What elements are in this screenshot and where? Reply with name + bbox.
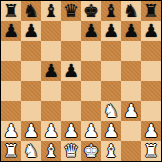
white-pawn-piece[interactable]: ♟ <box>63 121 79 141</box>
black-knight-piece[interactable]: ♞ <box>23 1 39 21</box>
square-d1[interactable]: ♛ <box>61 141 81 161</box>
square-a5[interactable] <box>1 61 21 81</box>
square-h4[interactable] <box>141 81 161 101</box>
white-pawn-piece[interactable]: ♟ <box>23 121 39 141</box>
white-bishop-piece[interactable]: ♝ <box>43 141 59 161</box>
black-rook-piece[interactable]: ♜ <box>3 1 19 21</box>
square-d8[interactable]: ♛ <box>61 1 81 21</box>
square-h6[interactable] <box>141 41 161 61</box>
square-f5[interactable] <box>101 61 121 81</box>
square-a4[interactable] <box>1 81 21 101</box>
square-e4[interactable] <box>81 81 101 101</box>
white-queen-piece[interactable]: ♛ <box>63 141 79 161</box>
black-bishop-piece[interactable]: ♝ <box>43 1 59 21</box>
square-c7[interactable] <box>41 21 61 41</box>
black-pawn-piece[interactable]: ♟ <box>63 61 79 81</box>
square-f3[interactable]: ♞ <box>101 101 121 121</box>
square-b3[interactable] <box>21 101 41 121</box>
square-a6[interactable] <box>1 41 21 61</box>
square-d7[interactable] <box>61 21 81 41</box>
black-pawn-piece[interactable]: ♟ <box>103 21 119 41</box>
square-h3[interactable] <box>141 101 161 121</box>
white-rook-piece[interactable]: ♜ <box>3 141 19 161</box>
square-a2[interactable]: ♟ <box>1 121 21 141</box>
square-e1[interactable]: ♚ <box>81 141 101 161</box>
black-pawn-piece[interactable]: ♟ <box>23 21 39 41</box>
square-f6[interactable] <box>101 41 121 61</box>
white-rook-piece[interactable]: ♜ <box>143 141 159 161</box>
square-d3[interactable] <box>61 101 81 121</box>
square-h7[interactable]: ♟ <box>141 21 161 41</box>
square-g2[interactable] <box>121 121 141 141</box>
white-knight-piece[interactable]: ♞ <box>103 101 119 121</box>
square-c5[interactable]: ♟ <box>41 61 61 81</box>
black-pawn-piece[interactable]: ♟ <box>123 21 139 41</box>
white-king-piece[interactable]: ♚ <box>83 141 99 161</box>
square-a8[interactable]: ♜ <box>1 1 21 21</box>
square-a1[interactable]: ♜ <box>1 141 21 161</box>
square-f1[interactable]: ♝ <box>101 141 121 161</box>
square-d5[interactable]: ♟ <box>61 61 81 81</box>
black-queen-piece[interactable]: ♛ <box>63 1 79 21</box>
square-b2[interactable]: ♟ <box>21 121 41 141</box>
square-e8[interactable]: ♚ <box>81 1 101 21</box>
white-pawn-piece[interactable]: ♟ <box>123 101 139 121</box>
square-a7[interactable]: ♟ <box>1 21 21 41</box>
square-c3[interactable] <box>41 101 61 121</box>
square-c8[interactable]: ♝ <box>41 1 61 21</box>
white-pawn-piece[interactable]: ♟ <box>103 121 119 141</box>
black-pawn-piece[interactable]: ♟ <box>3 21 19 41</box>
square-b4[interactable] <box>21 81 41 101</box>
square-e7[interactable]: ♟ <box>81 21 101 41</box>
square-b6[interactable] <box>21 41 41 61</box>
white-pawn-piece[interactable]: ♟ <box>43 121 59 141</box>
white-pawn-piece[interactable]: ♟ <box>143 121 159 141</box>
square-b5[interactable] <box>21 61 41 81</box>
square-g7[interactable]: ♟ <box>121 21 141 41</box>
black-knight-piece[interactable]: ♞ <box>123 1 139 21</box>
white-pawn-piece[interactable]: ♟ <box>83 121 99 141</box>
square-g6[interactable] <box>121 41 141 61</box>
black-pawn-piece[interactable]: ♟ <box>43 61 59 81</box>
square-f2[interactable]: ♟ <box>101 121 121 141</box>
square-d4[interactable] <box>61 81 81 101</box>
black-king-piece[interactable]: ♚ <box>83 1 99 21</box>
square-a3[interactable] <box>1 101 21 121</box>
square-h2[interactable]: ♟ <box>141 121 161 141</box>
square-g1[interactable] <box>121 141 141 161</box>
square-f7[interactable]: ♟ <box>101 21 121 41</box>
square-f4[interactable] <box>101 81 121 101</box>
square-b8[interactable]: ♞ <box>21 1 41 21</box>
square-d2[interactable]: ♟ <box>61 121 81 141</box>
square-e2[interactable]: ♟ <box>81 121 101 141</box>
square-e3[interactable] <box>81 101 101 121</box>
square-c2[interactable]: ♟ <box>41 121 61 141</box>
square-c6[interactable] <box>41 41 61 61</box>
chess-board: ♜♞♝♛♚♝♞♜♟♟♟♟♟♟♟♟♞♟♟♟♟♟♟♟♟♜♞♝♛♚♝♜ <box>0 0 162 162</box>
square-h1[interactable]: ♜ <box>141 141 161 161</box>
square-h8[interactable]: ♜ <box>141 1 161 21</box>
square-h5[interactable] <box>141 61 161 81</box>
square-g5[interactable] <box>121 61 141 81</box>
black-pawn-piece[interactable]: ♟ <box>143 21 159 41</box>
square-b1[interactable]: ♞ <box>21 141 41 161</box>
square-c1[interactable]: ♝ <box>41 141 61 161</box>
square-g8[interactable]: ♞ <box>121 1 141 21</box>
black-pawn-piece[interactable]: ♟ <box>83 21 99 41</box>
white-knight-piece[interactable]: ♞ <box>23 141 39 161</box>
square-f8[interactable]: ♝ <box>101 1 121 21</box>
square-b7[interactable]: ♟ <box>21 21 41 41</box>
square-d6[interactable] <box>61 41 81 61</box>
white-bishop-piece[interactable]: ♝ <box>103 141 119 161</box>
square-e6[interactable] <box>81 41 101 61</box>
square-g3[interactable]: ♟ <box>121 101 141 121</box>
black-bishop-piece[interactable]: ♝ <box>103 1 119 21</box>
white-pawn-piece[interactable]: ♟ <box>3 121 19 141</box>
square-c4[interactable] <box>41 81 61 101</box>
square-e5[interactable] <box>81 61 101 81</box>
square-g4[interactable] <box>121 81 141 101</box>
black-rook-piece[interactable]: ♜ <box>143 1 159 21</box>
